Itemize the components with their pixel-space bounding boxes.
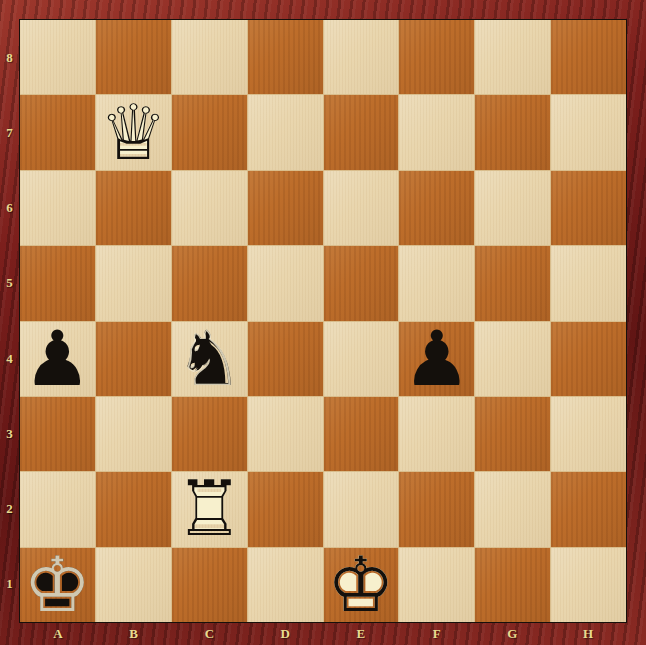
white-rook[interactable]: ♜♖ <box>172 472 247 546</box>
square-c3[interactable] <box>172 397 247 471</box>
square-b4[interactable] <box>96 322 171 396</box>
square-e7[interactable] <box>324 95 399 169</box>
black-knight[interactable]: ♞♘ <box>172 322 247 396</box>
square-a7[interactable] <box>20 95 95 169</box>
rank-label-2: 2 <box>0 472 19 547</box>
square-a4[interactable]: ♟ <box>20 322 95 396</box>
white-rook-outline: ♖ <box>172 472 247 546</box>
square-g4[interactable] <box>475 322 550 396</box>
square-h4[interactable] <box>551 322 626 396</box>
chess-diagram: 87654321 ABCDEFGH ♛♕♟♞♘♟♜♖♚♔♚♔ <box>0 0 646 645</box>
file-labels: ABCDEFGH <box>20 622 626 645</box>
black-pawn-glyph: ♟ <box>20 322 95 396</box>
square-g3[interactable] <box>475 397 550 471</box>
file-label-g: G <box>475 622 551 645</box>
black-knight-detail: ♘ <box>172 322 247 396</box>
square-f7[interactable] <box>399 95 474 169</box>
white-king-outline: ♔ <box>324 548 399 622</box>
square-g6[interactable] <box>475 171 550 245</box>
square-b7[interactable]: ♛♕ <box>96 95 171 169</box>
black-pawn[interactable]: ♟ <box>20 322 95 396</box>
square-e6[interactable] <box>324 171 399 245</box>
square-b8[interactable] <box>96 20 171 94</box>
square-f1[interactable] <box>399 548 474 622</box>
square-f4[interactable]: ♟ <box>399 322 474 396</box>
file-label-d: D <box>247 622 323 645</box>
rank-label-7: 7 <box>0 95 19 170</box>
square-c1[interactable] <box>172 548 247 622</box>
square-h8[interactable] <box>551 20 626 94</box>
square-b5[interactable] <box>96 246 171 320</box>
white-queen[interactable]: ♛♕ <box>96 95 171 169</box>
square-c5[interactable] <box>172 246 247 320</box>
rank-label-6: 6 <box>0 171 19 246</box>
square-f6[interactable] <box>399 171 474 245</box>
square-h5[interactable] <box>551 246 626 320</box>
square-b2[interactable] <box>96 472 171 546</box>
square-h2[interactable] <box>551 472 626 546</box>
file-label-f: F <box>399 622 475 645</box>
file-label-c: C <box>172 622 248 645</box>
square-d2[interactable] <box>248 472 323 546</box>
rank-label-5: 5 <box>0 246 19 321</box>
square-h7[interactable] <box>551 95 626 169</box>
square-h1[interactable] <box>551 548 626 622</box>
square-d3[interactable] <box>248 397 323 471</box>
board: ♛♕♟♞♘♟♜♖♚♔♚♔ <box>19 19 627 623</box>
square-a3[interactable] <box>20 397 95 471</box>
square-a6[interactable] <box>20 171 95 245</box>
square-g2[interactable] <box>475 472 550 546</box>
square-f8[interactable] <box>399 20 474 94</box>
square-e1[interactable]: ♚♔ <box>324 548 399 622</box>
square-e5[interactable] <box>324 246 399 320</box>
square-g5[interactable] <box>475 246 550 320</box>
square-d4[interactable] <box>248 322 323 396</box>
square-f3[interactable] <box>399 397 474 471</box>
square-a2[interactable] <box>20 472 95 546</box>
black-king-detail: ♔ <box>20 548 95 622</box>
black-king[interactable]: ♚♔ <box>20 548 95 622</box>
square-b6[interactable] <box>96 171 171 245</box>
file-label-b: B <box>96 622 172 645</box>
square-h6[interactable] <box>551 171 626 245</box>
square-f2[interactable] <box>399 472 474 546</box>
square-d5[interactable] <box>248 246 323 320</box>
square-c6[interactable] <box>172 171 247 245</box>
rank-label-1: 1 <box>0 547 19 622</box>
square-d7[interactable] <box>248 95 323 169</box>
rank-label-8: 8 <box>0 20 19 95</box>
square-a5[interactable] <box>20 246 95 320</box>
white-king[interactable]: ♚♔ <box>324 548 399 622</box>
rank-labels: 87654321 <box>0 20 19 622</box>
square-h3[interactable] <box>551 397 626 471</box>
square-c4[interactable]: ♞♘ <box>172 322 247 396</box>
square-a1[interactable]: ♚♔ <box>20 548 95 622</box>
square-b3[interactable] <box>96 397 171 471</box>
square-d1[interactable] <box>248 548 323 622</box>
square-c8[interactable] <box>172 20 247 94</box>
white-queen-outline: ♕ <box>96 95 171 169</box>
file-label-h: H <box>550 622 626 645</box>
square-b1[interactable] <box>96 548 171 622</box>
square-g7[interactable] <box>475 95 550 169</box>
square-e4[interactable] <box>324 322 399 396</box>
square-d6[interactable] <box>248 171 323 245</box>
square-g8[interactable] <box>475 20 550 94</box>
rank-label-4: 4 <box>0 321 19 396</box>
square-a8[interactable] <box>20 20 95 94</box>
square-e8[interactable] <box>324 20 399 94</box>
black-pawn[interactable]: ♟ <box>399 322 474 396</box>
square-d8[interactable] <box>248 20 323 94</box>
rank-label-3: 3 <box>0 396 19 471</box>
square-f5[interactable] <box>399 246 474 320</box>
square-g1[interactable] <box>475 548 550 622</box>
square-c7[interactable] <box>172 95 247 169</box>
square-e3[interactable] <box>324 397 399 471</box>
black-pawn-glyph: ♟ <box>399 322 474 396</box>
square-c2[interactable]: ♜♖ <box>172 472 247 546</box>
square-e2[interactable] <box>324 472 399 546</box>
